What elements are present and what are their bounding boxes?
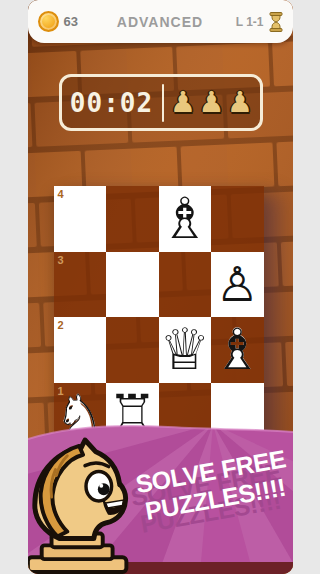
chess-board[interactable]: 4♝♗3♟♙2♛♕♝♗1♞♘♜♖ <box>54 186 264 448</box>
square-c3[interactable] <box>159 252 212 318</box>
white-bishop-piece[interactable]: ♝♗ <box>211 317 264 383</box>
piece-outline-glyph: ♙ <box>216 260 259 308</box>
rank-label: 3 <box>58 254 64 266</box>
piece-outline-glyph: ♗ <box>159 190 210 247</box>
chess-app-screenshot: 63 ADVANCED L 1-1 00:02 ♟ ♟ ♟ 4♝♗3♟♙2♛♕♝… <box>28 0 293 574</box>
rank-label: 1 <box>58 385 64 397</box>
piece-outline-glyph: ♗ <box>212 321 263 378</box>
coin-count: 63 <box>64 14 78 29</box>
square-b4[interactable] <box>106 186 159 252</box>
square-c4[interactable]: ♝♗ <box>159 186 212 252</box>
square-d2[interactable]: ♝♗ <box>211 317 264 383</box>
rank-label: 4 <box>58 188 64 200</box>
timer-panel: 00:02 ♟ ♟ ♟ <box>59 74 263 131</box>
square-a2[interactable]: 2 <box>54 317 107 383</box>
square-b2[interactable] <box>106 317 159 383</box>
square-d4[interactable] <box>211 186 264 252</box>
piece-outline-glyph: ♕ <box>159 321 210 378</box>
level-indicator: L 1-1 <box>236 12 283 32</box>
square-a4[interactable]: 4 <box>54 186 107 252</box>
pawn-star-icon: ♟ <box>227 88 253 117</box>
rank-label: 2 <box>58 319 64 331</box>
hourglass-icon <box>269 12 283 32</box>
pawn-star-icon: ♟ <box>170 88 196 117</box>
level-label: L 1-1 <box>236 15 264 29</box>
top-bar: 63 ADVANCED L 1-1 <box>28 0 293 43</box>
white-pawn-piece[interactable]: ♟♙ <box>211 252 264 318</box>
white-queen-piece[interactable]: ♛♕ <box>159 317 212 383</box>
white-bishop-piece[interactable]: ♝♗ <box>159 186 212 252</box>
pawn-star-icon: ♟ <box>199 88 225 117</box>
knight-mascot <box>28 436 150 574</box>
pawn-stars: ♟ ♟ ♟ <box>164 88 260 117</box>
square-a3[interactable]: 3 <box>54 252 107 318</box>
square-b3[interactable] <box>106 252 159 318</box>
square-c2[interactable]: ♛♕ <box>159 317 212 383</box>
coin-counter: 63 <box>38 11 78 32</box>
timer-display: 00:02 <box>62 88 162 118</box>
coin-icon <box>38 11 59 32</box>
square-d3[interactable]: ♟♙ <box>211 252 264 318</box>
